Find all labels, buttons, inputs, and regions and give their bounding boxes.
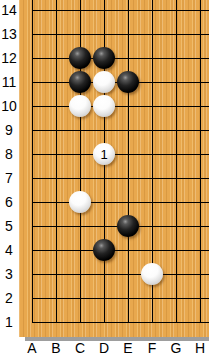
- row-label-5: 5: [0, 218, 18, 234]
- stone-white-D8[interactable]: 1: [93, 143, 115, 165]
- board-point-F3[interactable]: [140, 262, 164, 286]
- stone-white-C10[interactable]: [69, 95, 91, 117]
- stone-black-C12[interactable]: [69, 47, 91, 69]
- row-label-4: 4: [0, 242, 18, 258]
- row-label-6: 6: [0, 194, 18, 210]
- stone-layer: 1: [20, 0, 209, 334]
- row-label-9: 9: [0, 122, 18, 138]
- board-point-D11[interactable]: [92, 70, 116, 94]
- row-label-3: 3: [0, 266, 18, 282]
- row-label-14: 14: [0, 2, 18, 18]
- stone-black-E5[interactable]: [117, 215, 139, 237]
- board-point-C10[interactable]: [68, 94, 92, 118]
- row-label-7: 7: [0, 170, 18, 186]
- stone-black-E11[interactable]: [117, 71, 139, 93]
- row-label-11: 11: [0, 74, 18, 90]
- board-point-D8[interactable]: 1: [92, 142, 116, 166]
- stone-white-C6[interactable]: [69, 191, 91, 213]
- board-point-D4[interactable]: [92, 238, 116, 262]
- stone-white-D11[interactable]: [93, 71, 115, 93]
- board-point-D12[interactable]: [92, 46, 116, 70]
- col-label-H: H: [191, 341, 209, 356]
- row-label-1: 1: [0, 314, 18, 330]
- board-point-E5[interactable]: [116, 214, 140, 238]
- col-label-D: D: [95, 341, 113, 356]
- stone-white-D10[interactable]: [93, 95, 115, 117]
- go-diagram-page: 1 1413121110987654321ABCDEFGH: [0, 0, 209, 356]
- board-point-E11[interactable]: [116, 70, 140, 94]
- row-label-8: 8: [0, 146, 18, 162]
- col-label-C: C: [71, 341, 89, 356]
- board-point-D10[interactable]: [92, 94, 116, 118]
- board-point-C6[interactable]: [68, 190, 92, 214]
- col-label-G: G: [167, 341, 185, 356]
- stone-black-D4[interactable]: [93, 239, 115, 261]
- col-label-F: F: [143, 341, 161, 356]
- board-point-C11[interactable]: [68, 70, 92, 94]
- row-label-12: 12: [0, 50, 18, 66]
- stone-black-D12[interactable]: [93, 47, 115, 69]
- board-point-C12[interactable]: [68, 46, 92, 70]
- col-label-A: A: [23, 341, 41, 356]
- row-label-10: 10: [0, 98, 18, 114]
- row-label-2: 2: [0, 290, 18, 306]
- stone-white-F3[interactable]: [141, 263, 163, 285]
- move-number-label: 1: [100, 148, 107, 161]
- stone-black-C11[interactable]: [69, 71, 91, 93]
- col-label-B: B: [47, 341, 65, 356]
- row-label-13: 13: [0, 26, 18, 42]
- col-label-E: E: [119, 341, 137, 356]
